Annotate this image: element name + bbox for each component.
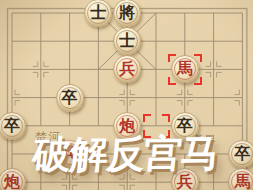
piece-glyph: 士	[119, 33, 135, 49]
piece-glyph: 兵	[177, 174, 193, 190]
piece-black-soldier[interactable]: 卒	[0, 112, 26, 140]
xiangqi-board-screenshot: 楚河 漢界 士將士兵馬卒卒炮卒兵卒炮兵馬 破解反宫马	[0, 0, 253, 190]
piece-black-general[interactable]: 將	[113, 0, 141, 27]
piece-glyph: 馬	[177, 61, 193, 77]
piece-glyph: 馬	[234, 174, 250, 190]
piece-black-soldier[interactable]: 卒	[228, 140, 253, 168]
piece-black-soldier[interactable]: 卒	[56, 84, 84, 112]
piece-glyph: 炮	[4, 174, 20, 190]
piece-black-advisor[interactable]: 士	[113, 27, 141, 55]
title-overlay: 破解反宫马	[31, 134, 220, 174]
piece-glyph: 卒	[62, 89, 78, 105]
piece-red-horse[interactable]: 馬	[228, 168, 253, 190]
piece-glyph: 兵	[119, 61, 135, 77]
piece-glyph: 士	[90, 5, 106, 21]
piece-glyph: 卒	[4, 117, 20, 133]
piece-red-cannon[interactable]: 炮	[0, 168, 26, 190]
piece-red-horse[interactable]: 馬	[171, 55, 199, 83]
piece-glyph: 將	[119, 5, 135, 21]
piece-red-soldier[interactable]: 兵	[113, 55, 141, 83]
piece-black-advisor[interactable]: 士	[84, 0, 112, 27]
piece-glyph: 卒	[234, 146, 250, 162]
piece-glyph: 炮	[119, 117, 135, 133]
